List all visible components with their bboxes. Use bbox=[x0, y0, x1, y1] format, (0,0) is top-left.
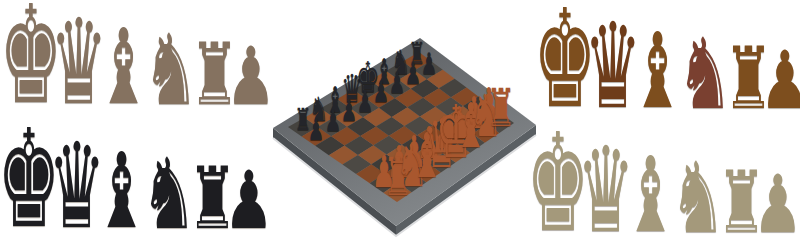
king-piece: ♚ bbox=[6, 126, 52, 232]
pawn-piece: ♟ bbox=[763, 174, 793, 236]
piece-set-grey-brown-marble: ♚ ♛ ♝ ♞ ♜ ♟ bbox=[8, 2, 266, 108]
knight-piece: ♞ bbox=[146, 156, 192, 232]
board-piece-black-p-c7: ♟ bbox=[340, 99, 357, 122]
board-piece-black-p-d7: ♟ bbox=[356, 90, 373, 113]
pawn-piece: ♟ bbox=[770, 50, 800, 112]
piece-set-amber-brown-marble: ♚ ♛ ♝ ♞ ♜ ♟ bbox=[542, 6, 800, 112]
king-piece: ♚ bbox=[8, 2, 54, 108]
board-piece-black-p-g7: ♟ bbox=[404, 61, 421, 84]
queen-piece: ♛ bbox=[56, 140, 98, 232]
board-piece-coral-r-h1: ♜ bbox=[486, 89, 515, 130]
board-piece-black-p-a7: ♟ bbox=[308, 118, 325, 141]
queen-piece: ♛ bbox=[58, 16, 100, 108]
knight-piece: ♞ bbox=[675, 160, 721, 236]
queen-piece: ♛ bbox=[585, 144, 627, 236]
queen-piece: ♛ bbox=[592, 20, 634, 112]
board-piece-black-p-e7: ♟ bbox=[372, 80, 389, 103]
bishop-piece: ♝ bbox=[102, 151, 142, 232]
bishop-piece: ♝ bbox=[104, 27, 144, 108]
chess-board: ♜♞♝♛♚♝♞♜♟♟♟♟♟♟♟♟♟♟♟♟♟♟♟♟♜♞♝♛♚♝♞♜ bbox=[258, 20, 550, 240]
board-piece-black-p-b7: ♟ bbox=[324, 108, 341, 131]
pawn-glyph: ♟ bbox=[753, 174, 800, 236]
board-piece-black-p-h7: ♟ bbox=[420, 52, 437, 75]
knight-piece: ♞ bbox=[682, 36, 728, 112]
board-piece-black-p-f7: ♟ bbox=[388, 71, 405, 94]
knight-piece: ♞ bbox=[148, 32, 194, 108]
pawn-glyph: ♟ bbox=[760, 50, 800, 112]
piece-set-black-marble: ♚ ♛ ♝ ♞ ♜ ♟ bbox=[6, 126, 264, 232]
piece-set-fossil-stone: ♚ ♛ ♝ ♞ ♜ ♟ bbox=[535, 130, 793, 236]
bishop-piece: ♝ bbox=[631, 155, 671, 236]
bishop-piece: ♝ bbox=[638, 31, 678, 112]
